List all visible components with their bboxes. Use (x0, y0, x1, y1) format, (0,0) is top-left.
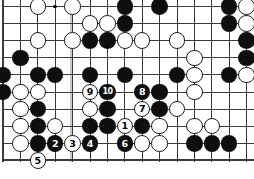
stone-black (117, 67, 134, 84)
stone-black (12, 50, 29, 67)
stone-black (204, 135, 221, 152)
stone-white (12, 84, 29, 101)
stone-white: 3 (64, 135, 81, 152)
stone-black (82, 32, 99, 49)
stone-black (186, 135, 203, 152)
stone-white (30, 84, 47, 101)
stone-black (82, 67, 99, 84)
stone-black (30, 135, 47, 152)
stone-black (47, 67, 64, 84)
stone-white: 7 (134, 101, 151, 118)
stone-white (12, 135, 29, 152)
stone-white (82, 15, 99, 32)
stone-white (30, 32, 47, 49)
stone-black: 8 (134, 84, 151, 101)
stone-black (30, 101, 47, 118)
stone-white (64, 0, 81, 15)
stone-black (221, 135, 238, 152)
stone-white (99, 15, 116, 32)
stone-white (186, 50, 203, 67)
move-number-label: 1 (121, 121, 128, 131)
stone-black (238, 50, 254, 67)
move-number-label: 6 (121, 138, 128, 148)
stone-black: 4 (82, 135, 99, 152)
stone-white (151, 118, 168, 135)
stone-white (47, 118, 64, 135)
go-board-diagram: 91087123465 (0, 0, 254, 179)
grid-hline (2, 57, 254, 58)
stone-white: 1 (117, 118, 134, 135)
move-number-label: 9 (87, 87, 94, 97)
stone-black: 6 (117, 135, 134, 152)
stone-black (30, 118, 47, 135)
stone-black: 2 (47, 135, 64, 152)
stone-black: 10 (99, 84, 116, 101)
stone-black (134, 118, 151, 135)
stone-white (30, 0, 47, 15)
move-number-label: 3 (69, 138, 76, 148)
move-number-label: 5 (34, 155, 41, 165)
stone-black (0, 84, 11, 101)
stone-black (99, 118, 116, 135)
stone-black (221, 0, 238, 15)
stone-white (12, 101, 29, 118)
move-number-label: 4 (87, 138, 94, 148)
move-number-label: 2 (52, 138, 59, 148)
stone-white (238, 67, 254, 84)
move-number-label: 7 (139, 104, 146, 114)
stone-white (238, 0, 254, 15)
stone-white (238, 15, 254, 32)
stone-white (134, 32, 151, 49)
stone-black (169, 67, 186, 84)
stone-white (186, 118, 203, 135)
stone-white (169, 101, 186, 118)
stone-black (30, 67, 47, 84)
stone-black (221, 15, 238, 32)
stone-white (204, 118, 221, 135)
stone-black (117, 15, 134, 32)
stone-black (151, 101, 168, 118)
stone-white (12, 118, 29, 135)
stone-white (82, 101, 99, 118)
stone-white: 5 (30, 152, 47, 169)
stone-white (186, 67, 203, 84)
stone-black (238, 32, 254, 49)
move-number-label: 8 (139, 87, 146, 97)
stone-black (99, 101, 116, 118)
stone-white (134, 135, 151, 152)
move-number-label: 10 (102, 87, 112, 95)
stone-black (99, 32, 116, 49)
stone-black (221, 67, 238, 84)
stone-white (169, 32, 186, 49)
stone-black (0, 67, 11, 84)
stone-white (117, 32, 134, 49)
stone-white: 9 (82, 84, 99, 101)
stone-white (151, 135, 168, 152)
stone-white (64, 32, 81, 49)
stone-white (186, 84, 203, 101)
stone-black (117, 0, 134, 15)
stone-black (82, 118, 99, 135)
star-point (53, 5, 57, 9)
stone-black (151, 84, 168, 101)
stone-black (151, 0, 168, 15)
